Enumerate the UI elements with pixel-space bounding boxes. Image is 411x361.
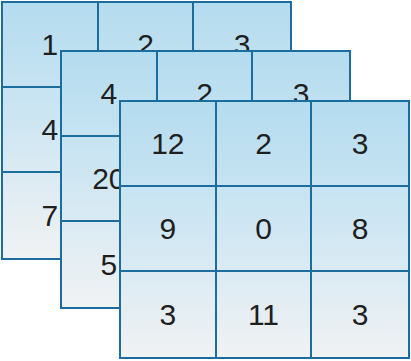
grid-cell: 3 <box>312 272 408 357</box>
stacked-grid-diagram: 1 2 3 4 7 4 2 3 20 5 12 2 3 9 0 8 3 11 3 <box>0 0 411 361</box>
grid-cell: 2 <box>217 102 313 187</box>
grid-cell: 0 <box>217 187 313 272</box>
grid-cell: 11 <box>217 272 313 357</box>
grid-layer-front: 12 2 3 9 0 8 3 11 3 <box>119 100 410 359</box>
grid-cell: 9 <box>121 187 217 272</box>
grid-cell: 8 <box>312 187 408 272</box>
grid-cell: 3 <box>312 102 408 187</box>
grid-cell: 12 <box>121 102 217 187</box>
grid-cell: 3 <box>121 272 217 357</box>
